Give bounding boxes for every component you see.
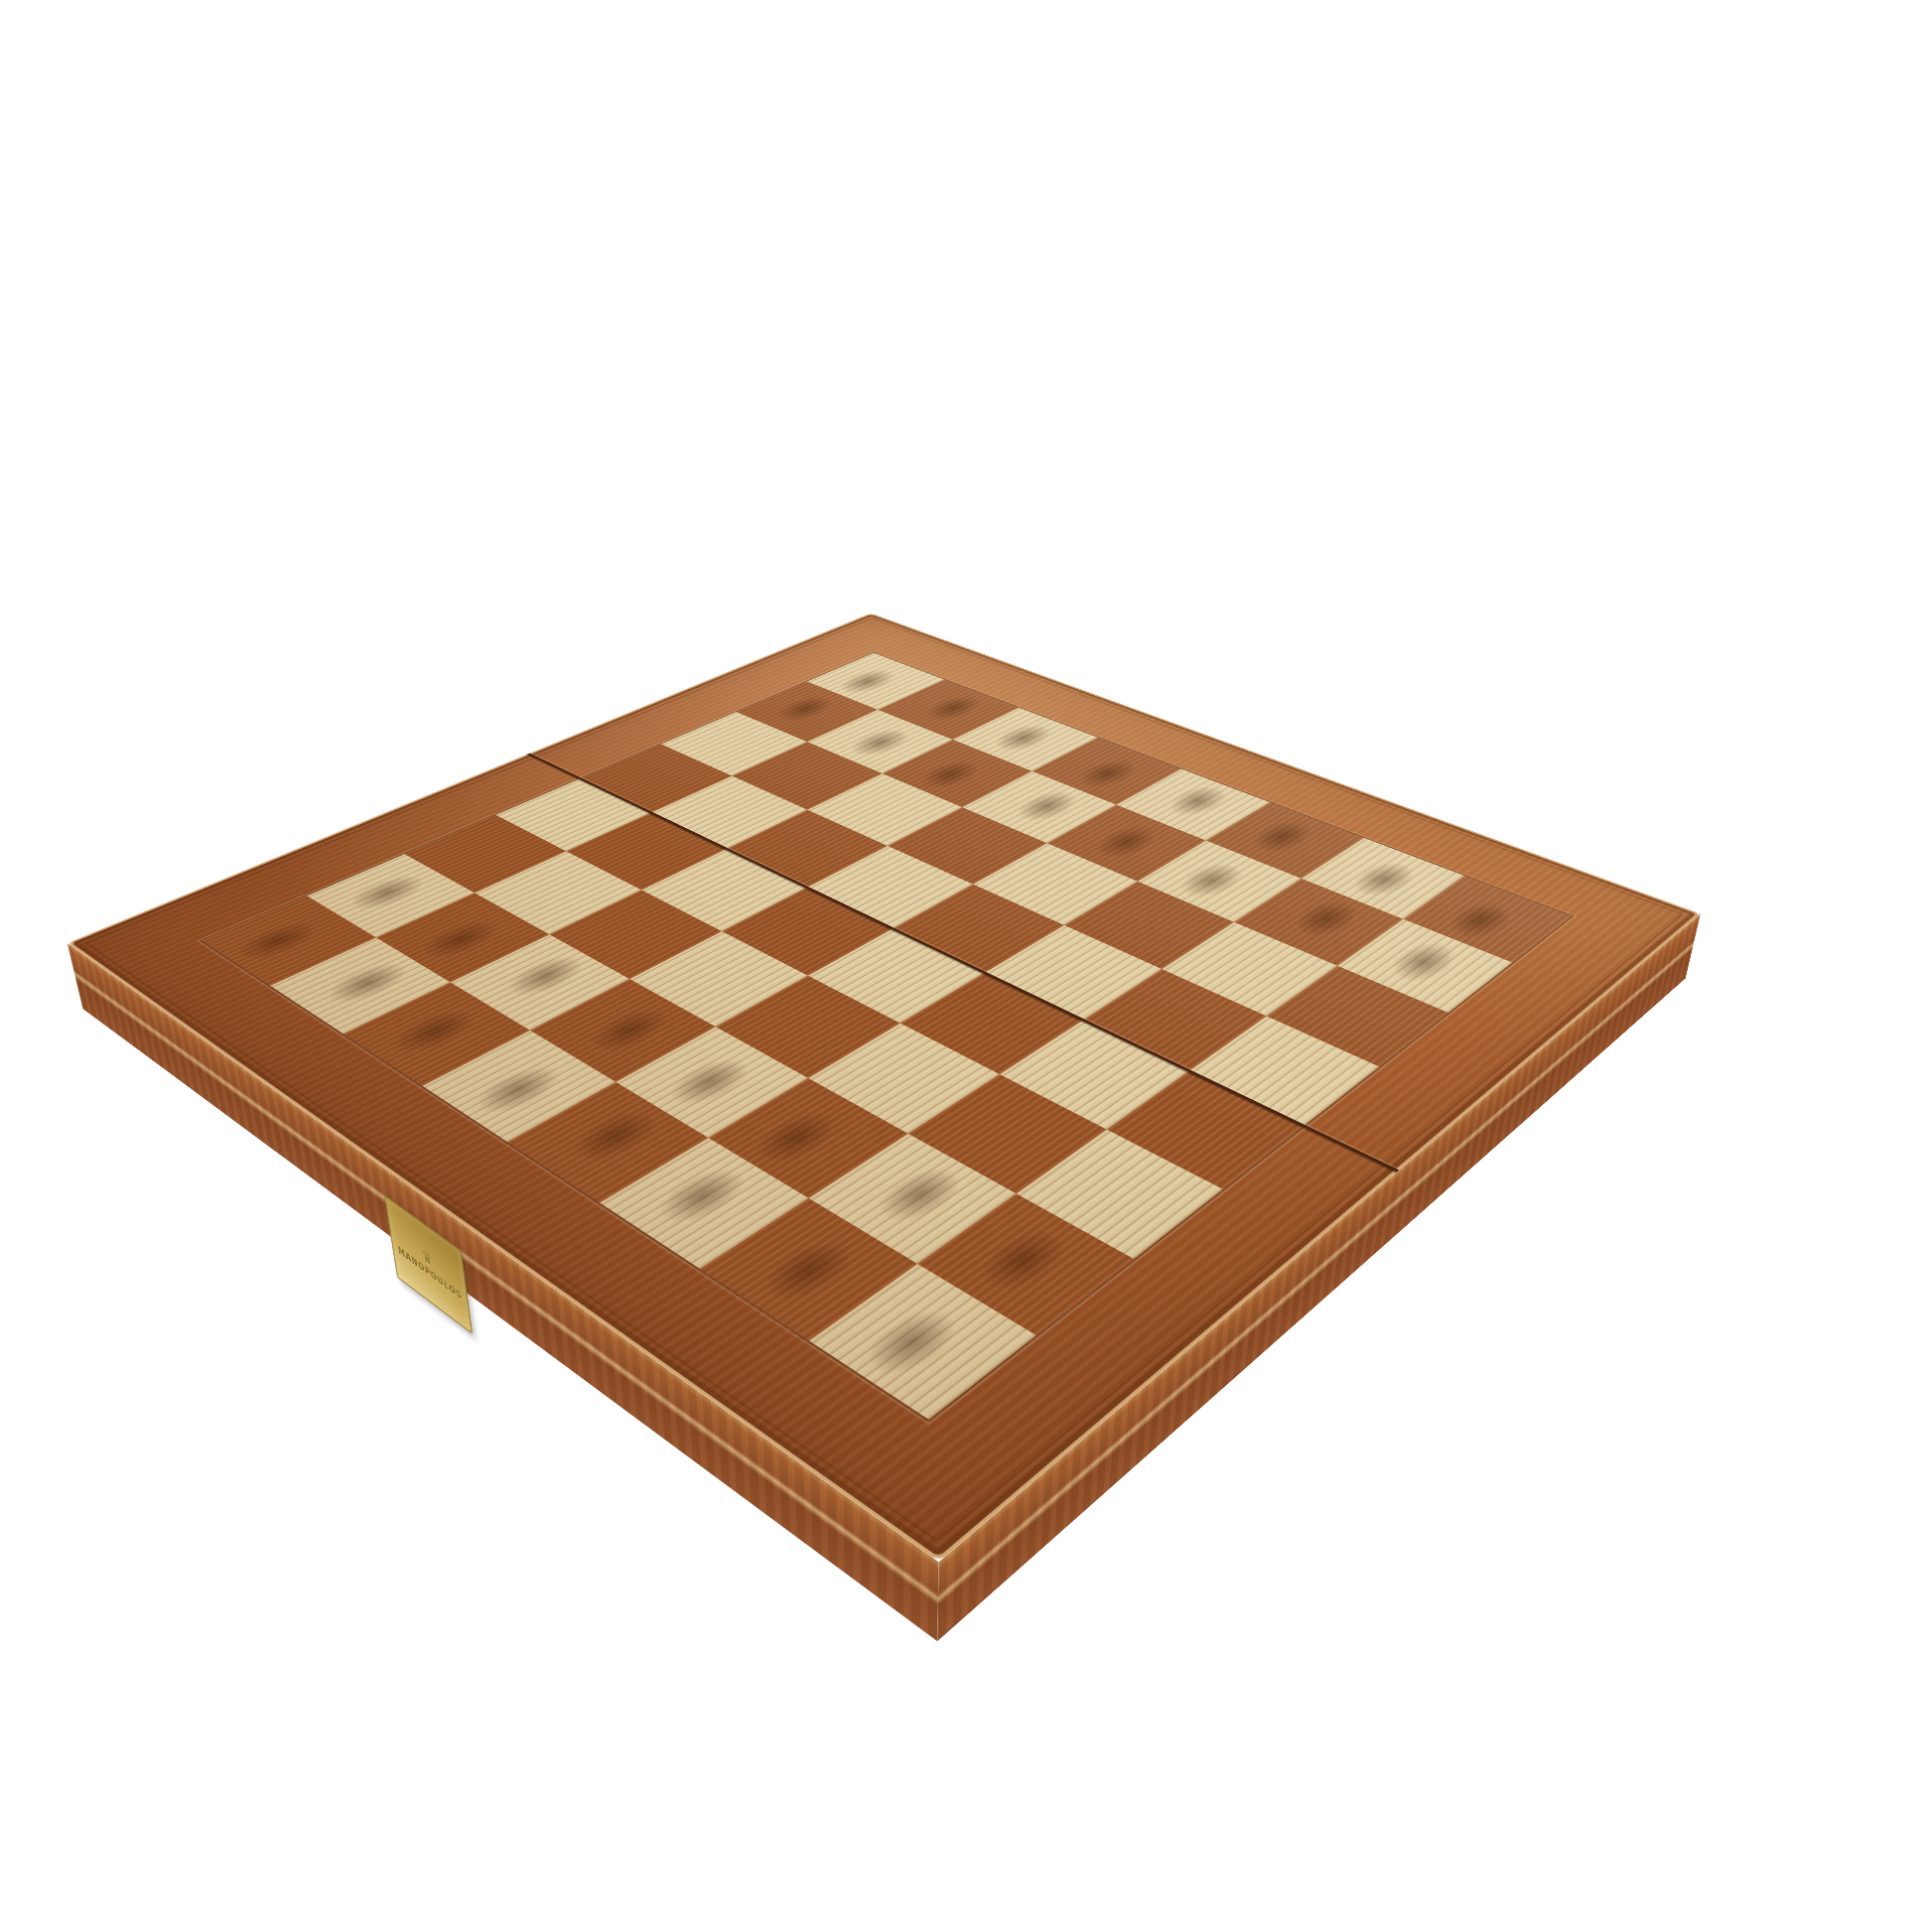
scene: ♛ MANOPOULOS ♜♞♝♛♚♝♞♜♟♟♟♟♟♟♟♟♟♟♟♟♟♟♟♟♜♞♝…: [0, 0, 1932, 1932]
chess-board: ♛ MANOPOULOS ♜♞♝♛♚♝♞♜♟♟♟♟♟♟♟♟♟♟♟♟♟♟♟♟♜♞♝…: [68, 614, 1701, 1563]
pawn-glyph: ♟: [914, 658, 1026, 782]
rook-glyph: ♜: [851, 1159, 1034, 1362]
product-photo: ♛ MANOPOULOS ♜♞♝♛♚♝♞♜♟♟♟♟♟♟♟♟♟♟♟♟♟♟♟♟♜♞♝…: [0, 0, 1932, 1932]
pawn-glyph: ♟: [1387, 828, 1517, 973]
latch-engraving: ♛ MANOPOULOS: [395, 1227, 463, 1302]
pawn-glyph: ♟: [1174, 754, 1297, 890]
